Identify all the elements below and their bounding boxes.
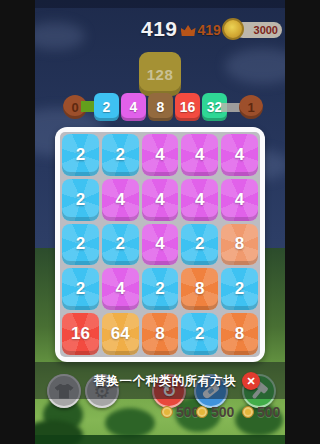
coin-icon xyxy=(161,406,173,418)
coin-icon xyxy=(222,18,244,40)
board-tile-r4c2[interactable]: 4 xyxy=(102,268,139,310)
board-tile-r3c2[interactable]: 2 xyxy=(102,224,139,266)
score-group: 419 419 xyxy=(141,17,221,41)
progression-tile-4: 4 xyxy=(121,93,146,121)
board-tile-r5c3[interactable]: 8 xyxy=(142,313,179,355)
board-tile-r4c1[interactable]: 2 xyxy=(62,268,99,310)
game-board: 224442444422428242821664828 xyxy=(55,127,265,362)
board-tile-r2c1[interactable]: 2 xyxy=(62,179,99,221)
progression-tile-16: 16 xyxy=(175,93,200,121)
progression-tile-8: 8 xyxy=(148,93,173,121)
coin-icon xyxy=(242,406,254,418)
board-tile-r1c1[interactable]: 2 xyxy=(62,134,99,176)
close-icon[interactable]: ✕ xyxy=(242,372,260,390)
board-tile-r4c3[interactable]: 2 xyxy=(142,268,179,310)
tile-progression: 2481632 xyxy=(94,93,227,121)
board-tile-r5c5[interactable]: 8 xyxy=(221,313,258,355)
board-tile-r2c3[interactable]: 4 xyxy=(142,179,179,221)
next-unlock-tile: 128 xyxy=(139,52,181,96)
board-tile-r5c1[interactable]: 16 xyxy=(62,313,99,355)
board-tile-r5c2[interactable]: 64 xyxy=(102,313,139,355)
board-tile-r5c4[interactable]: 2 xyxy=(181,313,218,355)
tree-decoration xyxy=(105,408,155,438)
board-tile-r3c4[interactable]: 2 xyxy=(181,224,218,266)
top-edge-decoration xyxy=(35,0,285,8)
board-tile-r1c5[interactable]: 4 xyxy=(221,134,258,176)
board-tile-r1c2[interactable]: 2 xyxy=(102,134,139,176)
progression-end-circle: 1 xyxy=(239,95,263,119)
board-tile-r3c1[interactable]: 2 xyxy=(62,224,99,266)
coin-icon xyxy=(196,406,208,418)
bandage-price: 500 xyxy=(196,404,234,420)
crown-icon xyxy=(181,25,196,36)
swap-price: 500 xyxy=(161,404,199,420)
game-screen: 419 419 3000 128 0 2481632 1 22444244442… xyxy=(35,0,285,444)
board-tile-r4c5[interactable]: 2 xyxy=(221,268,258,310)
coin-count: 3000 xyxy=(254,24,278,36)
progression-tile-2: 2 xyxy=(94,93,119,121)
board-tile-r2c2[interactable]: 4 xyxy=(102,179,139,221)
next-unlock-value: 128 xyxy=(147,66,174,83)
bottom-edge-decoration xyxy=(35,435,285,444)
hammer-price: 500 xyxy=(242,404,280,420)
board-tile-r2c5[interactable]: 4 xyxy=(221,179,258,221)
board-grid: 224442444422428242821664828 xyxy=(60,132,260,357)
crown-score-value: 419 xyxy=(198,22,221,38)
board-tile-r3c3[interactable]: 4 xyxy=(142,224,179,266)
board-tile-r1c3[interactable]: 4 xyxy=(142,134,179,176)
score-value: 419 xyxy=(141,17,178,41)
board-tile-r4c4[interactable]: 8 xyxy=(181,268,218,310)
coin-counter: 3000 xyxy=(235,22,282,38)
board-tile-r1c4[interactable]: 4 xyxy=(181,134,218,176)
board-tile-r2c4[interactable]: 4 xyxy=(181,179,218,221)
tooltip-text: 替换一个种类的所有方块 xyxy=(90,373,240,390)
board-tile-r3c5[interactable]: 8 xyxy=(221,224,258,266)
